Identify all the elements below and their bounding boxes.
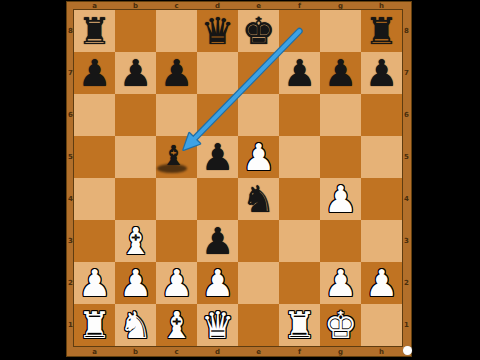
square-f4[interactable] [279, 178, 320, 220]
white-pawn-g4: ♟ [320, 178, 361, 220]
square-d2[interactable]: ♟ [197, 262, 238, 304]
square-a3[interactable] [74, 220, 115, 262]
file-label-bottom-c: c [174, 348, 178, 355]
square-g6[interactable] [320, 94, 361, 136]
black-king-e8: ♚ [238, 10, 279, 52]
square-f1[interactable]: ♜ [279, 304, 320, 346]
square-d6[interactable] [197, 94, 238, 136]
square-h1[interactable] [361, 304, 402, 346]
square-h8[interactable]: ♜ [361, 10, 402, 52]
square-e7[interactable] [238, 52, 279, 94]
rank-label-right-5: 5 [404, 154, 409, 161]
file-label-top-h: h [379, 3, 384, 10]
rank-label-right-8: 8 [404, 28, 409, 35]
square-d7[interactable] [197, 52, 238, 94]
white-pawn-d2: ♟ [197, 262, 238, 304]
square-f8[interactable] [279, 10, 320, 52]
white-bishop-b3: ♝ [115, 220, 156, 262]
file-label-top-f: f [298, 3, 301, 10]
square-h6[interactable] [361, 94, 402, 136]
file-label-bottom-e: e [256, 348, 261, 355]
square-g3[interactable] [320, 220, 361, 262]
black-knight-e4: ♞ [238, 178, 279, 220]
square-g7[interactable]: ♟ [320, 52, 361, 94]
rank-label-right-7: 7 [404, 70, 409, 77]
white-pawn-h2: ♟ [361, 262, 402, 304]
file-label-bottom-h: h [379, 348, 384, 355]
rank-label-right-6: 6 [404, 112, 409, 119]
rank-label-right-1: 1 [404, 322, 409, 329]
square-c2[interactable]: ♟ [156, 262, 197, 304]
file-label-bottom-b: b [133, 348, 138, 355]
rank-label-left-4: 4 [68, 196, 73, 203]
rank-label-left-2: 2 [68, 280, 73, 287]
square-c1[interactable]: ♝ [156, 304, 197, 346]
square-d5[interactable]: ♟ [197, 136, 238, 178]
square-b3[interactable]: ♝ [115, 220, 156, 262]
file-label-top-c: c [174, 3, 178, 10]
black-rook-a8: ♜ [74, 10, 115, 52]
square-f5[interactable] [279, 136, 320, 178]
file-label-top-d: d [215, 3, 220, 10]
square-a6[interactable] [74, 94, 115, 136]
rank-label-left-8: 8 [68, 28, 73, 35]
square-g8[interactable] [320, 10, 361, 52]
square-e8[interactable]: ♚ [238, 10, 279, 52]
square-g4[interactable]: ♟ [320, 178, 361, 220]
white-queen-d1: ♛ [197, 304, 238, 346]
square-h7[interactable]: ♟ [361, 52, 402, 94]
black-pawn-b7: ♟ [115, 52, 156, 94]
square-c6[interactable] [156, 94, 197, 136]
side-to-move-indicator [403, 346, 412, 355]
square-a4[interactable] [74, 178, 115, 220]
black-pawn-c7: ♟ [156, 52, 197, 94]
square-a2[interactable]: ♟ [74, 262, 115, 304]
square-h2[interactable]: ♟ [361, 262, 402, 304]
file-label-bottom-g: g [338, 348, 343, 355]
black-bishop-c5: ♝ [153, 134, 194, 176]
white-pawn-a2: ♟ [74, 262, 115, 304]
square-e2[interactable] [238, 262, 279, 304]
white-pawn-b2: ♟ [115, 262, 156, 304]
square-e3[interactable] [238, 220, 279, 262]
square-b5[interactable] [115, 136, 156, 178]
square-f2[interactable] [279, 262, 320, 304]
square-d1[interactable]: ♛ [197, 304, 238, 346]
square-e5[interactable]: ♟ [238, 136, 279, 178]
letterbox-right [416, 0, 480, 360]
square-d4[interactable] [197, 178, 238, 220]
rank-label-left-6: 6 [68, 112, 73, 119]
rank-label-right-2: 2 [404, 280, 409, 287]
video-frame: ♜♛♚♜♟♟♟♟♟♟♝♟♟♞♟♝♟♟♟♟♟♟♟♜♞♝♛♜♚ aabbccddee… [0, 0, 480, 360]
white-rook-f1: ♜ [279, 304, 320, 346]
square-c5[interactable]: ♝ [156, 136, 197, 178]
square-e1[interactable] [238, 304, 279, 346]
square-h3[interactable] [361, 220, 402, 262]
square-c4[interactable] [156, 178, 197, 220]
white-pawn-c2: ♟ [156, 262, 197, 304]
file-label-top-g: g [338, 3, 343, 10]
square-b7[interactable]: ♟ [115, 52, 156, 94]
rank-label-right-4: 4 [404, 196, 409, 203]
file-label-top-a: a [92, 3, 97, 10]
file-label-bottom-d: d [215, 348, 220, 355]
black-pawn-g7: ♟ [320, 52, 361, 94]
white-rook-a1: ♜ [74, 304, 115, 346]
file-label-bottom-f: f [298, 348, 301, 355]
square-g5[interactable] [320, 136, 361, 178]
square-b2[interactable]: ♟ [115, 262, 156, 304]
square-a8[interactable]: ♜ [74, 10, 115, 52]
square-c3[interactable] [156, 220, 197, 262]
square-h5[interactable] [361, 136, 402, 178]
square-g1[interactable]: ♚ [320, 304, 361, 346]
chess-board-frame: ♜♛♚♜♟♟♟♟♟♟♝♟♟♞♟♝♟♟♟♟♟♟♟♜♞♝♛♜♚ aabbccddee… [67, 2, 411, 356]
black-rook-h8: ♜ [361, 10, 402, 52]
rank-label-left-1: 1 [68, 322, 73, 329]
rank-label-right-3: 3 [404, 238, 409, 245]
square-h4[interactable] [361, 178, 402, 220]
white-knight-b1: ♞ [115, 304, 156, 346]
square-b1[interactable]: ♞ [115, 304, 156, 346]
square-d3[interactable]: ♟ [197, 220, 238, 262]
rank-label-left-7: 7 [68, 70, 73, 77]
chess-board: ♜♛♚♜♟♟♟♟♟♟♝♟♟♞♟♝♟♟♟♟♟♟♟♜♞♝♛♜♚ [74, 10, 402, 346]
square-d8[interactable]: ♛ [197, 10, 238, 52]
square-e6[interactable] [238, 94, 279, 136]
rank-label-left-3: 3 [68, 238, 73, 245]
square-a5[interactable] [74, 136, 115, 178]
square-b4[interactable] [115, 178, 156, 220]
square-f6[interactable] [279, 94, 320, 136]
white-king-g1: ♚ [320, 304, 361, 346]
rank-label-left-5: 5 [68, 154, 73, 161]
square-g2[interactable]: ♟ [320, 262, 361, 304]
square-e4[interactable]: ♞ [238, 178, 279, 220]
white-bishop-c1: ♝ [156, 304, 197, 346]
black-queen-d8: ♛ [197, 10, 238, 52]
square-a1[interactable]: ♜ [74, 304, 115, 346]
letterbox-left [0, 0, 64, 360]
black-pawn-h7: ♟ [361, 52, 402, 94]
square-f3[interactable] [279, 220, 320, 262]
black-pawn-d3: ♟ [197, 220, 238, 262]
file-label-top-e: e [256, 3, 261, 10]
black-pawn-d5: ♟ [197, 136, 238, 178]
square-b8[interactable] [115, 10, 156, 52]
square-c8[interactable] [156, 10, 197, 52]
square-f7[interactable]: ♟ [279, 52, 320, 94]
white-pawn-g2: ♟ [320, 262, 361, 304]
black-pawn-f7: ♟ [279, 52, 320, 94]
square-a7[interactable]: ♟ [74, 52, 115, 94]
file-label-top-b: b [133, 3, 138, 10]
black-pawn-a7: ♟ [74, 52, 115, 94]
white-pawn-e5: ♟ [238, 136, 279, 178]
file-label-bottom-a: a [92, 348, 97, 355]
square-c7[interactable]: ♟ [156, 52, 197, 94]
square-b6[interactable] [115, 94, 156, 136]
